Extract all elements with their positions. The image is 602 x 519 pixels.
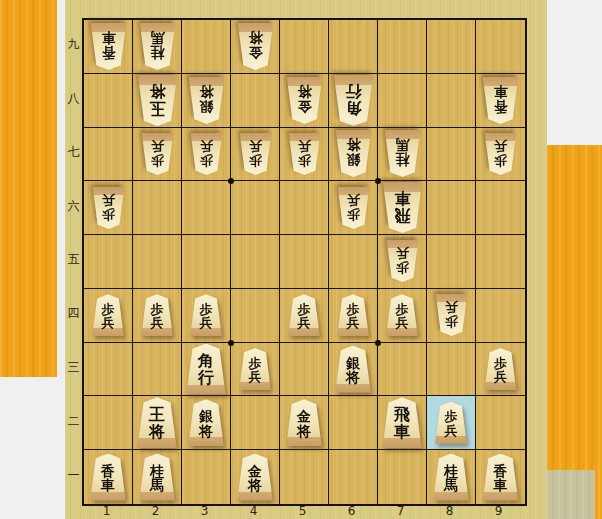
square-6二[interactable] [329,396,378,450]
piece-kanji: 歩兵 [396,247,409,274]
piece-bottom-gold[interactable]: 金将 [237,454,274,501]
piece-kanji: 歩兵 [102,303,115,330]
piece-bottom-bishop[interactable]: 角行 [186,344,227,395]
right-wood-panel [546,145,602,519]
piece-face: 玉将 [137,75,178,126]
piece-kanji: 歩兵 [347,193,360,220]
square-3七[interactable]: 歩兵 [182,128,231,182]
square-9四[interactable] [476,289,525,343]
piece-face: 歩兵 [141,133,174,175]
piece-top-lance[interactable]: 香車 [482,77,519,124]
piece-bottom-silver[interactable]: 銀将 [188,399,225,446]
star-point [375,340,381,346]
square-4七[interactable]: 歩兵 [231,128,280,182]
piece-top-pawn[interactable]: 歩兵 [288,133,321,175]
piece-kanji: 歩兵 [396,303,409,330]
square-3三[interactable]: 角行 [182,343,231,397]
square-2九[interactable]: 桂馬 [133,20,182,74]
square-3二[interactable]: 銀将 [182,396,231,450]
piece-face: 歩兵 [239,133,272,175]
square-6九[interactable] [329,20,378,74]
piece-bottom-knight[interactable]: 桂馬 [433,454,470,501]
piece-bottom-pawn[interactable]: 歩兵 [337,294,370,336]
piece-bottom-lance[interactable]: 香車 [482,454,519,501]
rank-label-四: 四 [65,287,82,341]
piece-kanji: 角行 [198,353,214,386]
square-9一[interactable]: 香車 [476,450,525,504]
piece-bottom-king[interactable]: 王将 [137,397,178,448]
piece-kanji: 歩兵 [445,410,458,437]
square-8二[interactable]: 歩兵 [427,396,476,450]
piece-kanji: 角行 [345,83,361,116]
square-1八[interactable] [84,74,133,128]
left-wood-panel [0,0,57,377]
piece-face: 歩兵 [190,294,223,336]
piece-kanji: 金将 [248,31,262,60]
piece-kanji: 銀将 [199,85,213,114]
square-1二[interactable] [84,396,133,450]
square-2五[interactable] [133,235,182,289]
square-2六[interactable] [133,181,182,235]
piece-top-gold[interactable]: 金将 [237,23,274,70]
piece-face: 桂馬 [433,454,470,501]
piece-bottom-pawn[interactable]: 歩兵 [386,294,419,336]
piece-kanji: 桂馬 [150,464,164,493]
square-9五[interactable] [476,235,525,289]
square-8七[interactable] [427,128,476,182]
square-9三[interactable]: 歩兵 [476,343,525,397]
piece-kanji: 歩兵 [249,357,262,384]
piece-kanji: 歩兵 [151,303,164,330]
piece-face: 歩兵 [141,294,174,336]
square-5八[interactable]: 金将 [280,74,329,128]
piece-face: 金将 [237,454,274,501]
square-3一[interactable] [182,450,231,504]
square-7一[interactable] [378,450,427,504]
square-3六[interactable] [182,181,231,235]
piece-top-pawn[interactable]: 歩兵 [190,133,223,175]
piece-top-pawn[interactable]: 歩兵 [239,133,272,175]
square-3五[interactable] [182,235,231,289]
piece-face: 金将 [286,399,323,446]
square-5七[interactable]: 歩兵 [280,128,329,182]
piece-top-gold[interactable]: 金将 [286,77,323,124]
captured-piece-tray[interactable] [546,470,595,519]
file-label-6: 6 [327,504,376,518]
piece-kanji: 歩兵 [249,139,262,166]
square-4九[interactable]: 金将 [231,20,280,74]
square-2七[interactable]: 歩兵 [133,128,182,182]
star-point [228,340,234,346]
square-1九[interactable]: 香車 [84,20,133,74]
piece-kanji: 香車 [494,85,508,114]
piece-face: 歩兵 [484,348,517,390]
square-5一[interactable] [280,450,329,504]
square-6五[interactable] [329,235,378,289]
piece-top-lance[interactable]: 香車 [90,23,127,70]
piece-kanji: 歩兵 [200,303,213,330]
piece-kanji: 金将 [297,85,311,114]
square-4四[interactable] [231,289,280,343]
piece-face: 王将 [137,397,178,448]
piece-kanji: 歩兵 [102,193,115,220]
rank-label-五: 五 [65,233,82,287]
piece-kanji: 銀将 [199,409,213,438]
square-7八[interactable] [378,74,427,128]
piece-kanji: 金将 [248,464,262,493]
piece-top-silver[interactable]: 銀将 [188,77,225,124]
piece-kanji: 歩兵 [200,139,213,166]
square-9八[interactable]: 香車 [476,74,525,128]
piece-kanji: 銀将 [346,138,360,167]
piece-bottom-pawn[interactable]: 歩兵 [288,294,321,336]
square-9九[interactable] [476,20,525,74]
piece-face: 香車 [482,454,519,501]
piece-face: 歩兵 [435,294,468,336]
rank-label-八: 八 [65,72,82,126]
square-1三[interactable] [84,343,133,397]
square-3九[interactable] [182,20,231,74]
piece-kanji: 桂馬 [395,138,409,167]
square-1五[interactable] [84,235,133,289]
square-6七[interactable]: 銀将 [329,128,378,182]
file-label-9: 9 [474,504,523,518]
piece-top-rook[interactable]: 飛車 [382,182,423,233]
square-9六[interactable] [476,181,525,235]
square-4三[interactable]: 歩兵 [231,343,280,397]
piece-face: 歩兵 [435,402,468,444]
piece-top-silver[interactable]: 銀将 [335,130,372,177]
square-1一[interactable]: 香車 [84,450,133,504]
piece-face: 歩兵 [386,294,419,336]
square-2三[interactable] [133,343,182,397]
piece-top-pawn[interactable]: 歩兵 [141,133,174,175]
square-2八[interactable]: 玉将 [133,74,182,128]
piece-bottom-pawn[interactable]: 歩兵 [435,402,468,444]
piece-kanji: 銀将 [346,356,360,385]
piece-face: 歩兵 [386,240,419,282]
piece-bottom-gold[interactable]: 金将 [286,399,323,446]
shogi-board: 香車桂馬金将玉将銀将金将角行香車歩兵歩兵歩兵歩兵銀将桂馬歩兵歩兵歩兵飛車歩兵歩兵… [65,0,547,519]
piece-kanji: 香車 [101,464,115,493]
square-1六[interactable]: 歩兵 [84,181,133,235]
piece-kanji: 歩兵 [347,303,360,330]
square-8三[interactable] [427,343,476,397]
square-7六[interactable]: 飛車 [378,181,427,235]
file-label-8: 8 [425,504,474,518]
piece-face: 香車 [482,77,519,124]
square-9二[interactable] [476,396,525,450]
square-8九[interactable] [427,20,476,74]
square-5三[interactable] [280,343,329,397]
square-2二[interactable]: 王将 [133,396,182,450]
piece-face: 飛車 [382,397,423,448]
piece-face: 銀将 [188,399,225,446]
square-7二[interactable]: 飛車 [378,396,427,450]
piece-kanji: 歩兵 [494,357,507,384]
file-label-7: 7 [376,504,425,518]
square-8八[interactable] [427,74,476,128]
square-8六[interactable] [427,181,476,235]
piece-top-pawn[interactable]: 歩兵 [92,187,125,229]
piece-bottom-pawn[interactable]: 歩兵 [484,348,517,390]
piece-face: 香車 [90,454,127,501]
piece-face: 桂馬 [384,130,421,177]
piece-face: 歩兵 [288,294,321,336]
square-1七[interactable] [84,128,133,182]
rank-label-六: 六 [65,179,82,233]
piece-top-pawn[interactable]: 歩兵 [386,240,419,282]
piece-kanji: 香車 [101,31,115,60]
piece-bottom-pawn[interactable]: 歩兵 [92,294,125,336]
piece-kanji: 歩兵 [494,139,507,166]
square-4五[interactable] [231,235,280,289]
piece-kanji: 飛車 [394,190,410,223]
rank-label-七: 七 [65,126,82,180]
piece-bottom-pawn[interactable]: 歩兵 [141,294,174,336]
piece-face: 銀将 [188,77,225,124]
piece-bottom-knight[interactable]: 桂馬 [139,454,176,501]
square-8五[interactable] [427,235,476,289]
piece-top-pawn[interactable]: 歩兵 [484,133,517,175]
square-7三[interactable] [378,343,427,397]
square-8一[interactable]: 桂馬 [427,450,476,504]
piece-kanji: 飛車 [394,407,410,440]
piece-kanji: 桂馬 [150,31,164,60]
piece-face: 歩兵 [190,133,223,175]
piece-face: 歩兵 [484,133,517,175]
piece-face: 銀将 [335,346,372,393]
piece-kanji: 歩兵 [445,301,458,328]
file-label-2: 2 [131,504,180,518]
piece-bottom-rook[interactable]: 飛車 [382,397,423,448]
piece-top-pawn[interactable]: 歩兵 [337,187,370,229]
piece-kanji: 歩兵 [151,139,164,166]
piece-bottom-lance[interactable]: 香車 [90,454,127,501]
piece-kanji: 玉将 [149,83,165,116]
square-7七[interactable]: 桂馬 [378,128,427,182]
square-5六[interactable] [280,181,329,235]
square-6六[interactable]: 歩兵 [329,181,378,235]
square-3八[interactable]: 銀将 [182,74,231,128]
piece-face: 歩兵 [92,187,125,229]
piece-face: 歩兵 [337,294,370,336]
piece-top-knight[interactable]: 桂馬 [139,23,176,70]
rank-label-九: 九 [65,18,82,72]
piece-bottom-silver[interactable]: 銀将 [335,346,372,393]
piece-face: 歩兵 [239,348,272,390]
square-2四[interactable]: 歩兵 [133,289,182,343]
piece-bottom-pawn[interactable]: 歩兵 [190,294,223,336]
piece-face: 角行 [333,75,374,126]
piece-kanji: 金将 [297,409,311,438]
piece-face: 金将 [286,77,323,124]
piece-face: 歩兵 [92,294,125,336]
shogi-app: 香車桂馬金将玉将銀将金将角行香車歩兵歩兵歩兵歩兵銀将桂馬歩兵歩兵歩兵飛車歩兵歩兵… [0,0,602,519]
square-4一[interactable]: 金将 [231,450,280,504]
piece-top-knight[interactable]: 桂馬 [384,130,421,177]
square-6三[interactable]: 銀将 [329,343,378,397]
piece-face: 金将 [237,23,274,70]
file-label-4: 4 [229,504,278,518]
square-5二[interactable]: 金将 [280,396,329,450]
square-5四[interactable]: 歩兵 [280,289,329,343]
piece-kanji: 王将 [149,407,165,440]
piece-face: 桂馬 [139,23,176,70]
rank-label-三: 三 [65,341,82,395]
piece-kanji: 桂馬 [444,464,458,493]
piece-top-bishop[interactable]: 角行 [333,75,374,126]
square-6八[interactable]: 角行 [329,74,378,128]
file-label-5: 5 [278,504,327,518]
square-3四[interactable]: 歩兵 [182,289,231,343]
square-6四[interactable]: 歩兵 [329,289,378,343]
square-7九[interactable] [378,20,427,74]
piece-face: 角行 [186,344,227,395]
file-label-1: 1 [82,504,131,518]
square-5九[interactable] [280,20,329,74]
rank-label-一: 一 [65,448,82,502]
piece-face: 歩兵 [288,133,321,175]
square-2一[interactable]: 桂馬 [133,450,182,504]
piece-kanji: 歩兵 [298,139,311,166]
square-9七[interactable]: 歩兵 [476,128,525,182]
square-8四[interactable]: 歩兵 [427,289,476,343]
square-7五[interactable]: 歩兵 [378,235,427,289]
square-1四[interactable]: 歩兵 [84,289,133,343]
piece-kanji: 歩兵 [298,303,311,330]
file-label-3: 3 [180,504,229,518]
square-7四[interactable]: 歩兵 [378,289,427,343]
board-grid: 香車桂馬金将玉将銀将金将角行香車歩兵歩兵歩兵歩兵銀将桂馬歩兵歩兵歩兵飛車歩兵歩兵… [82,18,527,506]
piece-face: 桂馬 [139,454,176,501]
piece-kanji: 香車 [494,464,508,493]
piece-face: 香車 [90,23,127,70]
square-4八[interactable] [231,74,280,128]
piece-face: 歩兵 [337,187,370,229]
piece-top-king[interactable]: 玉将 [137,75,178,126]
square-4二[interactable] [231,396,280,450]
square-4六[interactable] [231,181,280,235]
piece-top-pawn[interactable]: 歩兵 [435,294,468,336]
piece-face: 銀将 [335,130,372,177]
piece-bottom-pawn[interactable]: 歩兵 [239,348,272,390]
square-5五[interactable] [280,235,329,289]
rank-label-二: 二 [65,394,82,448]
square-6一[interactable] [329,450,378,504]
piece-face: 飛車 [382,182,423,233]
